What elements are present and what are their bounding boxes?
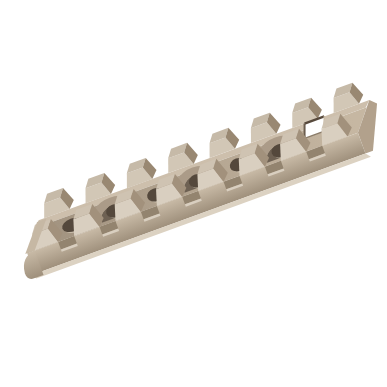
product-image — [0, 0, 387, 387]
product-photo — [0, 0, 387, 387]
